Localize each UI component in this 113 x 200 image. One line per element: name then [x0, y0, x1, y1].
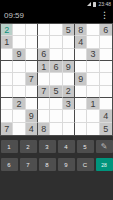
- battery-icon: [93, 2, 96, 7]
- cell-r4c1[interactable]: [13, 73, 25, 85]
- cell-r7c2[interactable]: 9: [26, 110, 38, 122]
- status-time: 23:48: [98, 0, 111, 8]
- cell-r1c6[interactable]: 4: [75, 36, 87, 48]
- cell-r7c7[interactable]: [87, 110, 99, 122]
- game-timer: 09:59: [4, 11, 24, 20]
- cell-r3c4[interactable]: 6: [50, 61, 62, 73]
- cell-r0c1[interactable]: [13, 24, 25, 36]
- cell-r2c3[interactable]: 6: [38, 49, 50, 61]
- cell-r6c3[interactable]: [38, 98, 50, 110]
- cell-r7c6[interactable]: [75, 110, 87, 122]
- cell-r8c7[interactable]: [87, 123, 99, 135]
- cell-r1c8[interactable]: [100, 36, 112, 48]
- cell-r8c8[interactable]: 5: [100, 123, 112, 135]
- cell-r6c0[interactable]: [1, 98, 13, 110]
- cell-r5c2[interactable]: [26, 86, 38, 98]
- cell-r4c4[interactable]: [50, 73, 62, 85]
- cell-r6c7[interactable]: 1: [87, 98, 99, 110]
- cell-r4c7[interactable]: [87, 73, 99, 85]
- cell-r7c5[interactable]: [63, 110, 75, 122]
- pencil-mode-button[interactable]: ✎: [96, 140, 113, 153]
- cell-r3c8[interactable]: [100, 61, 112, 73]
- app-toolbar: 09:59 ⋮: [0, 8, 113, 23]
- digit-button-4[interactable]: 4: [58, 140, 75, 153]
- cell-r5c0[interactable]: [1, 86, 13, 98]
- cell-r6c2[interactable]: [26, 98, 38, 110]
- digit-button-6[interactable]: 6: [1, 158, 18, 171]
- cell-r3c3[interactable]: 1: [38, 61, 50, 73]
- cell-r2c5[interactable]: [63, 49, 75, 61]
- cell-r5c6[interactable]: [75, 86, 87, 98]
- cell-r7c1[interactable]: [13, 110, 25, 122]
- cell-r0c5[interactable]: 5: [63, 24, 75, 36]
- cell-r0c7[interactable]: [87, 24, 99, 36]
- cell-r8c6[interactable]: [75, 123, 87, 135]
- cell-r2c4[interactable]: [50, 49, 62, 61]
- cell-r6c1[interactable]: 2: [13, 98, 25, 110]
- keypad-row-1: 1 2 3 4 5 ✎: [1, 140, 113, 153]
- cell-r1c7[interactable]: [87, 36, 99, 48]
- cell-r4c8[interactable]: [100, 73, 112, 85]
- cell-r4c2[interactable]: 7: [26, 73, 38, 85]
- cell-r6c8[interactable]: [100, 98, 112, 110]
- cell-r5c4[interactable]: 5: [50, 86, 62, 98]
- cell-r7c0[interactable]: [1, 110, 13, 122]
- cell-r1c5[interactable]: [63, 36, 75, 48]
- cell-r4c5[interactable]: [63, 73, 75, 85]
- cell-r3c1[interactable]: [13, 61, 25, 73]
- cell-r4c6[interactable]: 9: [75, 73, 87, 85]
- cell-r5c7[interactable]: [87, 86, 99, 98]
- cell-r2c8[interactable]: [100, 49, 112, 61]
- digit-button-5[interactable]: 5: [77, 140, 94, 153]
- cell-r2c6[interactable]: [75, 49, 87, 61]
- status-bar: 23:48: [0, 0, 113, 8]
- cell-r3c0[interactable]: [1, 61, 13, 73]
- cell-r0c3[interactable]: [38, 24, 50, 36]
- cell-r1c3[interactable]: [38, 36, 50, 48]
- cell-r2c1[interactable]: 9: [13, 49, 25, 61]
- cell-r2c7[interactable]: 3: [87, 49, 99, 61]
- cell-r3c5[interactable]: 9: [63, 61, 75, 73]
- cell-r0c0[interactable]: 2: [1, 24, 13, 36]
- cell-r4c3[interactable]: [38, 73, 50, 85]
- sudoku-board: 25861496316979752231947485: [0, 23, 113, 136]
- cell-r0c8[interactable]: 6: [100, 24, 112, 36]
- cell-r0c4[interactable]: [50, 24, 62, 36]
- digit-button-1[interactable]: 1: [1, 140, 18, 153]
- remaining-count-button[interactable]: 28: [96, 158, 113, 171]
- cell-r1c0[interactable]: 1: [1, 36, 13, 48]
- cell-r0c6[interactable]: 8: [75, 24, 87, 36]
- cell-r8c3[interactable]: 8: [38, 123, 50, 135]
- cell-r7c3[interactable]: [38, 110, 50, 122]
- cell-r7c4[interactable]: [50, 110, 62, 122]
- keypad-row-2: 6 7 8 9 C 28: [1, 158, 113, 171]
- cell-r6c6[interactable]: [75, 98, 87, 110]
- cell-r7c8[interactable]: 4: [100, 110, 112, 122]
- cell-r2c2[interactable]: [26, 49, 38, 61]
- digit-button-7[interactable]: 7: [20, 158, 37, 171]
- cell-r3c2[interactable]: [26, 61, 38, 73]
- cell-r5c3[interactable]: 7: [38, 86, 50, 98]
- cell-r8c0[interactable]: 7: [1, 123, 13, 135]
- clear-button[interactable]: C: [77, 158, 94, 171]
- pencil-icon: ✎: [101, 142, 108, 151]
- digit-button-3[interactable]: 3: [39, 140, 56, 153]
- cell-r3c6[interactable]: [75, 61, 87, 73]
- cell-r2c0[interactable]: [1, 49, 13, 61]
- cell-r1c4[interactable]: [50, 36, 62, 48]
- cell-r0c2[interactable]: [26, 24, 38, 36]
- digit-button-8[interactable]: 8: [39, 158, 56, 171]
- cell-r8c5[interactable]: [63, 123, 75, 135]
- cell-r4c0[interactable]: [1, 73, 13, 85]
- cell-r5c8[interactable]: [100, 86, 112, 98]
- cell-r1c1[interactable]: [13, 36, 25, 48]
- cell-r6c4[interactable]: [50, 98, 62, 110]
- cell-r1c2[interactable]: [26, 36, 38, 48]
- overflow-menu-icon[interactable]: ⋮: [100, 11, 109, 20]
- cell-r8c2[interactable]: 4: [26, 123, 38, 135]
- number-keypad: 1 2 3 4 5 ✎ 6 7 8 9 C 28: [0, 136, 113, 200]
- signal-icon: [87, 2, 91, 6]
- cell-r3c7[interactable]: [87, 61, 99, 73]
- cell-r6c5[interactable]: 3: [63, 98, 75, 110]
- cell-r5c1[interactable]: [13, 86, 25, 98]
- cell-r8c1[interactable]: [13, 123, 25, 135]
- digit-button-2[interactable]: 2: [20, 140, 37, 153]
- cell-r8c4[interactable]: [50, 123, 62, 135]
- cell-r5c5[interactable]: 2: [63, 86, 75, 98]
- digit-button-9[interactable]: 9: [58, 158, 75, 171]
